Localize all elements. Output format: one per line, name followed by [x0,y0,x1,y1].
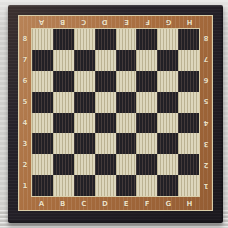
file-label-top-g: G [158,16,179,28]
square-e1 [116,175,137,196]
square-e3 [116,133,137,154]
square-d2 [95,154,116,175]
square-b5 [53,92,74,113]
rank-label-left-1: 1 [19,176,31,197]
playing-area [31,28,200,197]
file-label-bottom-g: G [158,197,179,210]
square-f8 [136,29,157,50]
square-a8 [32,29,53,50]
square-e5 [116,92,137,113]
file-labels-top: ABCDEFGH [31,16,200,28]
square-d4 [95,113,116,134]
square-f6 [136,71,157,92]
square-d7 [95,50,116,71]
square-c3 [74,133,95,154]
square-a5 [32,92,53,113]
file-label-bottom-e: E [116,197,137,210]
file-label-bottom-b: B [52,197,73,210]
rank-label-left-5: 5 [19,91,31,112]
rank-label-right-7: 7 [200,49,212,70]
file-label-top-b: B [52,16,73,28]
square-b7 [53,50,74,71]
square-f7 [136,50,157,71]
rank-labels-left: 87654321 [19,28,31,197]
file-label-top-f: F [137,16,158,28]
rank-label-right-3: 3 [200,134,212,155]
square-c2 [74,154,95,175]
square-h8 [178,29,199,50]
square-e4 [116,113,137,134]
square-d5 [95,92,116,113]
square-d3 [95,133,116,154]
rank-label-left-3: 3 [19,134,31,155]
square-b4 [53,113,74,134]
rank-label-left-7: 7 [19,49,31,70]
file-label-top-e: E [116,16,137,28]
square-d6 [95,71,116,92]
file-label-bottom-c: C [73,197,94,210]
square-h6 [178,71,199,92]
square-c7 [74,50,95,71]
square-a3 [32,133,53,154]
square-g8 [157,29,178,50]
rank-label-right-6: 6 [200,70,212,91]
square-a1 [32,175,53,196]
file-label-top-d: D [94,16,115,28]
square-h2 [178,154,199,175]
rank-label-left-2: 2 [19,155,31,176]
square-a4 [32,113,53,134]
file-label-bottom-a: A [31,197,52,210]
file-label-bottom-d: D [94,197,115,210]
square-e6 [116,71,137,92]
board-grid [32,29,199,196]
square-c1 [74,175,95,196]
square-a7 [32,50,53,71]
square-e7 [116,50,137,71]
square-h3 [178,133,199,154]
coordinate-border-strip: ABCDEFGH ABCDEFGH 87654321 87654321 [18,15,213,211]
file-label-top-h: H [179,16,200,28]
square-c6 [74,71,95,92]
square-b1 [53,175,74,196]
rank-label-right-2: 2 [200,155,212,176]
square-g5 [157,92,178,113]
square-f3 [136,133,157,154]
square-e8 [116,29,137,50]
square-a6 [32,71,53,92]
square-d8 [95,29,116,50]
square-a2 [32,154,53,175]
file-label-top-c: C [73,16,94,28]
square-h7 [178,50,199,71]
file-label-bottom-h: H [179,197,200,210]
photo-scene: ABCDEFGH ABCDEFGH 87654321 87654321 [0,0,228,228]
rank-label-left-4: 4 [19,113,31,134]
rank-labels-right: 87654321 [200,28,212,197]
square-g3 [157,133,178,154]
square-h5 [178,92,199,113]
square-g1 [157,175,178,196]
square-g2 [157,154,178,175]
square-g4 [157,113,178,134]
square-h4 [178,113,199,134]
square-d1 [95,175,116,196]
chess-board: ABCDEFGH ABCDEFGH 87654321 87654321 [8,5,223,223]
file-labels-bottom: ABCDEFGH [31,197,200,210]
square-e2 [116,154,137,175]
rank-label-right-1: 1 [200,176,212,197]
file-label-top-a: A [31,16,52,28]
square-b2 [53,154,74,175]
rank-label-right-8: 8 [200,28,212,49]
square-g6 [157,71,178,92]
rank-label-left-6: 6 [19,70,31,91]
square-c5 [74,92,95,113]
square-b3 [53,133,74,154]
square-c8 [74,29,95,50]
square-b8 [53,29,74,50]
rank-label-right-4: 4 [200,113,212,134]
square-f4 [136,113,157,134]
rank-label-left-8: 8 [19,28,31,49]
square-b6 [53,71,74,92]
square-f2 [136,154,157,175]
square-f5 [136,92,157,113]
square-c4 [74,113,95,134]
rank-label-right-5: 5 [200,91,212,112]
square-f1 [136,175,157,196]
square-h1 [178,175,199,196]
file-label-bottom-f: F [137,197,158,210]
square-g7 [157,50,178,71]
